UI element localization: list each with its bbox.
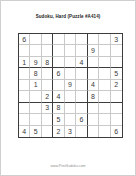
cell-r5c1[interactable] bbox=[19, 80, 30, 91]
cell-r5c9[interactable]: 2 bbox=[111, 80, 122, 91]
cell-r1c7[interactable] bbox=[88, 34, 99, 45]
cell-r1c3[interactable] bbox=[42, 34, 53, 45]
cell-r4c4[interactable]: 6 bbox=[53, 68, 64, 79]
cell-r7c5[interactable] bbox=[65, 103, 76, 114]
cell-r4c3[interactable] bbox=[42, 68, 53, 79]
sudoku-grid: 63919848651942248385645236 bbox=[18, 33, 123, 138]
cell-r3c3[interactable]: 8 bbox=[42, 57, 53, 68]
cell-r9c5[interactable]: 3 bbox=[65, 126, 76, 137]
cell-r8c7[interactable] bbox=[88, 114, 99, 125]
cell-r9c6[interactable] bbox=[76, 126, 87, 137]
cell-r2c2[interactable] bbox=[30, 45, 41, 56]
cell-r1c9[interactable]: 3 bbox=[111, 34, 122, 45]
page-title: Sudoku, Hard (Puzzle #A414) bbox=[1, 14, 135, 19]
cell-r7c2[interactable] bbox=[30, 103, 41, 114]
cell-r1c4[interactable] bbox=[53, 34, 64, 45]
cell-r6c5[interactable] bbox=[65, 91, 76, 102]
cell-r6c9[interactable] bbox=[111, 91, 122, 102]
cell-r6c1[interactable] bbox=[19, 91, 30, 102]
cell-r8c1[interactable] bbox=[19, 114, 30, 125]
cell-r9c4[interactable]: 2 bbox=[53, 126, 64, 137]
cell-r4c7[interactable] bbox=[88, 68, 99, 79]
cell-r2c6[interactable] bbox=[76, 45, 87, 56]
cell-r6c4[interactable]: 4 bbox=[53, 91, 64, 102]
cell-r9c2[interactable]: 5 bbox=[30, 126, 41, 137]
cell-r6c2[interactable] bbox=[30, 91, 41, 102]
cell-r6c8[interactable] bbox=[99, 91, 110, 102]
cell-r3c2[interactable]: 9 bbox=[30, 57, 41, 68]
footer-url: www.PrintSudoku.com bbox=[1, 164, 135, 168]
cell-r9c7[interactable] bbox=[88, 126, 99, 137]
cell-r1c5[interactable] bbox=[65, 34, 76, 45]
cell-r7c6[interactable] bbox=[76, 103, 87, 114]
cell-r5c8[interactable] bbox=[99, 80, 110, 91]
cell-r2c4[interactable] bbox=[53, 45, 64, 56]
cell-r8c2[interactable] bbox=[30, 114, 41, 125]
cell-r9c9[interactable]: 6 bbox=[111, 126, 122, 137]
cell-r5c7[interactable]: 4 bbox=[88, 80, 99, 91]
cell-r4c5[interactable] bbox=[65, 68, 76, 79]
cell-r7c9[interactable] bbox=[111, 103, 122, 114]
cell-r5c3[interactable] bbox=[42, 80, 53, 91]
cell-r2c9[interactable] bbox=[111, 45, 122, 56]
cell-r5c5[interactable]: 9 bbox=[65, 80, 76, 91]
cell-r9c8[interactable] bbox=[99, 126, 110, 137]
cell-r3c4[interactable] bbox=[53, 57, 64, 68]
cell-r1c8[interactable] bbox=[99, 34, 110, 45]
cell-r8c4[interactable]: 5 bbox=[53, 114, 64, 125]
cell-r1c1[interactable]: 6 bbox=[19, 34, 30, 45]
cell-r4c8[interactable] bbox=[99, 68, 110, 79]
cell-r8c8[interactable] bbox=[99, 114, 110, 125]
cell-r5c6[interactable] bbox=[76, 80, 87, 91]
cell-r6c7[interactable]: 8 bbox=[88, 91, 99, 102]
cell-r8c3[interactable] bbox=[42, 114, 53, 125]
cell-r5c4[interactable] bbox=[53, 80, 64, 91]
cell-r7c3[interactable]: 3 bbox=[42, 103, 53, 114]
cell-r5c2[interactable]: 1 bbox=[30, 80, 41, 91]
cell-r2c5[interactable] bbox=[65, 45, 76, 56]
cell-r1c6[interactable] bbox=[76, 34, 87, 45]
cell-r3c9[interactable] bbox=[111, 57, 122, 68]
cell-r4c1[interactable] bbox=[19, 68, 30, 79]
cell-r7c1[interactable] bbox=[19, 103, 30, 114]
cell-r7c7[interactable] bbox=[88, 103, 99, 114]
cell-r4c6[interactable] bbox=[76, 68, 87, 79]
cell-r1c2[interactable] bbox=[30, 34, 41, 45]
cell-r9c1[interactable]: 4 bbox=[19, 126, 30, 137]
cell-r8c6[interactable]: 6 bbox=[76, 114, 87, 125]
cell-r6c6[interactable] bbox=[76, 91, 87, 102]
cell-r8c9[interactable] bbox=[111, 114, 122, 125]
cell-r6c3[interactable]: 2 bbox=[42, 91, 53, 102]
cell-r2c1[interactable] bbox=[19, 45, 30, 56]
cell-r3c6[interactable]: 4 bbox=[76, 57, 87, 68]
cell-r4c9[interactable]: 5 bbox=[111, 68, 122, 79]
cell-r9c3[interactable] bbox=[42, 126, 53, 137]
cell-r8c5[interactable] bbox=[65, 114, 76, 125]
cell-r3c1[interactable]: 1 bbox=[19, 57, 30, 68]
cell-r3c5[interactable] bbox=[65, 57, 76, 68]
cell-r7c4[interactable]: 8 bbox=[53, 103, 64, 114]
cell-r2c7[interactable]: 9 bbox=[88, 45, 99, 56]
cell-r2c8[interactable] bbox=[99, 45, 110, 56]
cell-r3c8[interactable] bbox=[99, 57, 110, 68]
cell-r3c7[interactable] bbox=[88, 57, 99, 68]
cell-r2c3[interactable] bbox=[42, 45, 53, 56]
cell-r7c8[interactable] bbox=[99, 103, 110, 114]
sudoku-page: Sudoku, Hard (Puzzle #A414) 639198486519… bbox=[0, 0, 136, 176]
cell-r4c2[interactable]: 8 bbox=[30, 68, 41, 79]
